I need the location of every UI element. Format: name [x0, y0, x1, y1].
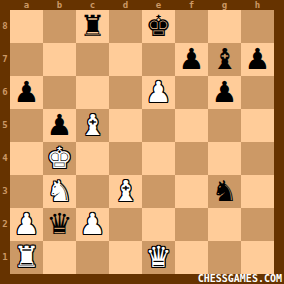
square-f6[interactable]	[175, 76, 208, 109]
rank-labels: 87654321	[0, 10, 10, 274]
square-b2[interactable]: ♛	[43, 208, 76, 241]
square-e8[interactable]: ♚	[142, 10, 175, 43]
square-g4[interactable]	[208, 142, 241, 175]
piece-black-king[interactable]: ♚	[146, 10, 172, 43]
square-e3[interactable]	[142, 175, 175, 208]
square-a8[interactable]	[10, 10, 43, 43]
square-d6[interactable]	[109, 76, 142, 109]
square-c2[interactable]: ♟	[76, 208, 109, 241]
square-a5[interactable]	[10, 109, 43, 142]
square-g7[interactable]: ♝	[208, 43, 241, 76]
rank-label-5: 5	[0, 109, 10, 142]
rank-label-6: 6	[0, 76, 10, 109]
piece-black-pawn[interactable]: ♟	[14, 76, 40, 109]
square-a1[interactable]: ♜	[10, 241, 43, 274]
piece-white-bishop[interactable]: ♝	[80, 109, 106, 142]
square-b6[interactable]	[43, 76, 76, 109]
square-c3[interactable]	[76, 175, 109, 208]
square-c5[interactable]: ♝	[76, 109, 109, 142]
square-d7[interactable]	[109, 43, 142, 76]
square-b3[interactable]: ♞	[43, 175, 76, 208]
square-h6[interactable]	[241, 76, 274, 109]
file-label-e: e	[142, 0, 175, 10]
piece-white-bishop[interactable]: ♝	[113, 175, 139, 208]
rank-label-2: 2	[0, 208, 10, 241]
square-d5[interactable]	[109, 109, 142, 142]
square-c8[interactable]: ♜	[76, 10, 109, 43]
piece-white-pawn[interactable]: ♟	[14, 208, 40, 241]
square-e7[interactable]	[142, 43, 175, 76]
square-d1[interactable]	[109, 241, 142, 274]
rank-label-1: 1	[0, 241, 10, 274]
square-b7[interactable]	[43, 43, 76, 76]
piece-white-king[interactable]: ♚	[47, 142, 73, 175]
square-g6[interactable]: ♟	[208, 76, 241, 109]
piece-black-rook[interactable]: ♜	[80, 10, 106, 43]
square-h7[interactable]: ♟	[241, 43, 274, 76]
square-c4[interactable]	[76, 142, 109, 175]
rank-label-8: 8	[0, 10, 10, 43]
piece-white-rook[interactable]: ♜	[14, 241, 40, 274]
square-c1[interactable]	[76, 241, 109, 274]
square-f8[interactable]	[175, 10, 208, 43]
square-h2[interactable]	[241, 208, 274, 241]
square-e6[interactable]: ♟	[142, 76, 175, 109]
piece-black-pawn[interactable]: ♟	[179, 43, 205, 76]
chess-board: ♜♚♟♝♟♟♟♟♟♝♚♞♝♞♟♛♟♜♛	[10, 10, 274, 274]
file-label-d: d	[109, 0, 142, 10]
rank-label-3: 3	[0, 175, 10, 208]
square-g8[interactable]	[208, 10, 241, 43]
square-f5[interactable]	[175, 109, 208, 142]
square-g2[interactable]	[208, 208, 241, 241]
square-g3[interactable]: ♞	[208, 175, 241, 208]
file-labels: abcdefgh	[10, 0, 274, 10]
square-f4[interactable]	[175, 142, 208, 175]
square-b8[interactable]	[43, 10, 76, 43]
square-d2[interactable]	[109, 208, 142, 241]
piece-white-knight[interactable]: ♞	[47, 175, 73, 208]
square-g5[interactable]	[208, 109, 241, 142]
piece-black-bishop[interactable]: ♝	[212, 43, 238, 76]
square-c7[interactable]	[76, 43, 109, 76]
piece-white-pawn[interactable]: ♟	[146, 76, 172, 109]
square-h1[interactable]	[241, 241, 274, 274]
square-a4[interactable]	[10, 142, 43, 175]
square-f7[interactable]: ♟	[175, 43, 208, 76]
piece-black-pawn[interactable]: ♟	[245, 43, 271, 76]
file-label-f: f	[175, 0, 208, 10]
square-a7[interactable]	[10, 43, 43, 76]
file-label-g: g	[208, 0, 241, 10]
square-h3[interactable]	[241, 175, 274, 208]
file-label-c: c	[76, 0, 109, 10]
piece-black-queen[interactable]: ♛	[47, 208, 73, 241]
square-e5[interactable]	[142, 109, 175, 142]
brand-logo: CHESSGAMES.COM	[198, 274, 282, 284]
rank-label-4: 4	[0, 142, 10, 175]
square-b4[interactable]: ♚	[43, 142, 76, 175]
piece-black-pawn[interactable]: ♟	[212, 76, 238, 109]
square-d3[interactable]: ♝	[109, 175, 142, 208]
square-b1[interactable]	[43, 241, 76, 274]
piece-white-pawn[interactable]: ♟	[80, 208, 106, 241]
square-h8[interactable]	[241, 10, 274, 43]
square-f2[interactable]	[175, 208, 208, 241]
square-a6[interactable]: ♟	[10, 76, 43, 109]
square-f1[interactable]	[175, 241, 208, 274]
piece-white-queen[interactable]: ♛	[146, 241, 172, 274]
rank-label-7: 7	[0, 43, 10, 76]
file-label-b: b	[43, 0, 76, 10]
square-d4[interactable]	[109, 142, 142, 175]
file-label-a: a	[10, 0, 43, 10]
square-e4[interactable]	[142, 142, 175, 175]
square-b5[interactable]: ♟	[43, 109, 76, 142]
square-f3[interactable]	[175, 175, 208, 208]
square-e2[interactable]	[142, 208, 175, 241]
square-g1[interactable]	[208, 241, 241, 274]
square-h4[interactable]	[241, 142, 274, 175]
square-h5[interactable]	[241, 109, 274, 142]
square-e1[interactable]: ♛	[142, 241, 175, 274]
file-label-h: h	[241, 0, 274, 10]
piece-black-pawn[interactable]: ♟	[47, 109, 73, 142]
square-d8[interactable]	[109, 10, 142, 43]
piece-black-knight[interactable]: ♞	[212, 175, 238, 208]
square-c6[interactable]	[76, 76, 109, 109]
square-a2[interactable]: ♟	[10, 208, 43, 241]
square-a3[interactable]	[10, 175, 43, 208]
chess-diagram: abcdefgh 87654321 ♜♚♟♝♟♟♟♟♟♝♚♞♝♞♟♛♟♜♛ CH…	[0, 0, 284, 284]
